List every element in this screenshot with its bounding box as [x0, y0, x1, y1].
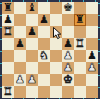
square-d7[interactable]: ♟: [38, 14, 50, 26]
piece-white-rook[interactable]: ♜: [75, 38, 85, 50]
square-h7[interactable]: [86, 14, 98, 26]
piece-black-rook[interactable]: ♜: [75, 14, 85, 26]
square-e7[interactable]: [50, 14, 62, 26]
piece-white-pawn[interactable]: ♟: [87, 62, 97, 74]
piece-black-pawn[interactable]: ♟: [27, 26, 37, 38]
square-h8[interactable]: [86, 2, 98, 14]
square-e6[interactable]: [50, 26, 62, 38]
square-h6[interactable]: [86, 26, 98, 38]
square-a1[interactable]: ♜: [2, 86, 14, 98]
piece-white-rook[interactable]: ♜: [3, 26, 13, 38]
square-b7[interactable]: [14, 14, 26, 26]
square-c2[interactable]: ♟: [26, 74, 38, 86]
square-c1[interactable]: [26, 86, 38, 98]
square-f7[interactable]: [62, 14, 74, 26]
square-h1[interactable]: [86, 86, 98, 98]
square-e8[interactable]: [50, 2, 62, 14]
square-g2[interactable]: [74, 74, 86, 86]
square-d3[interactable]: [38, 62, 50, 74]
square-g5[interactable]: ♜: [74, 38, 86, 50]
square-f8[interactable]: ♚: [62, 2, 74, 14]
piece-black-king[interactable]: ♚: [63, 2, 73, 14]
frame-dots-right: [98, 0, 100, 99]
square-e4[interactable]: [50, 50, 62, 62]
piece-black-pawn[interactable]: ♟: [15, 38, 25, 50]
square-h2[interactable]: [86, 74, 98, 86]
square-f1[interactable]: [62, 86, 74, 98]
square-g1[interactable]: [74, 86, 86, 98]
square-d2[interactable]: [38, 74, 50, 86]
piece-white-pawn[interactable]: ♟: [15, 74, 25, 86]
square-c5[interactable]: [26, 38, 38, 50]
square-c8[interactable]: ♝: [26, 2, 38, 14]
frame-dots-bottom: [0, 98, 100, 99]
square-d4[interactable]: ♞: [38, 50, 50, 62]
square-b2[interactable]: ♟: [14, 74, 26, 86]
square-a4[interactable]: [2, 50, 14, 62]
square-f2[interactable]: ♚: [62, 74, 74, 86]
square-c4[interactable]: [26, 50, 38, 62]
piece-black-bishop[interactable]: ♝: [27, 2, 37, 14]
square-b8[interactable]: [14, 2, 26, 14]
square-h3[interactable]: ♟: [86, 62, 98, 74]
piece-white-rook[interactable]: ♜: [3, 86, 13, 98]
square-a3[interactable]: [2, 62, 14, 74]
square-c6[interactable]: ♟: [26, 26, 38, 38]
square-g3[interactable]: [74, 62, 86, 74]
square-a6[interactable]: ♜: [2, 26, 14, 38]
square-a5[interactable]: [2, 38, 14, 50]
piece-white-knight[interactable]: ♞: [39, 50, 49, 62]
square-b4[interactable]: [14, 50, 26, 62]
square-b5[interactable]: ♟: [14, 38, 26, 50]
piece-white-pawn[interactable]: ♟: [27, 74, 37, 86]
square-g4[interactable]: [74, 50, 86, 62]
square-d6[interactable]: [38, 26, 50, 38]
square-d1[interactable]: [38, 86, 50, 98]
chess-board-frame: ♜♝♚♟♟♜♜♟♟♟♜♞♟♟♟♟♟♟♚♜: [0, 0, 100, 99]
piece-white-king[interactable]: ♚: [63, 74, 73, 86]
square-e2[interactable]: [50, 74, 62, 86]
chess-board: ♜♝♚♟♟♜♜♟♟♟♜♞♟♟♟♟♟♟♚♜: [2, 2, 98, 98]
square-e5[interactable]: [50, 38, 62, 50]
square-b1[interactable]: [14, 86, 26, 98]
square-g7[interactable]: ♜: [74, 14, 86, 26]
square-e3[interactable]: [50, 62, 62, 74]
piece-black-pawn[interactable]: ♟: [39, 14, 49, 26]
square-e1[interactable]: [50, 86, 62, 98]
